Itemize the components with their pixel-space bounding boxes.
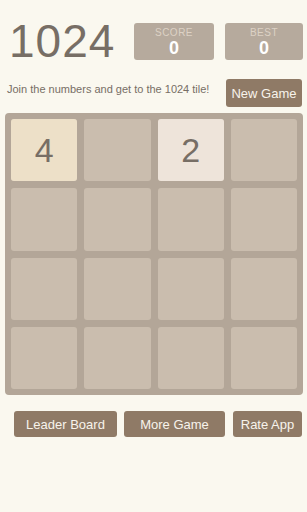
board-cell (158, 188, 224, 250)
score-label: SCORE (155, 27, 193, 39)
board-cell (231, 119, 297, 181)
more-game-button[interactable]: More Game (124, 411, 225, 437)
app-root: 1024 SCORE 0 BEST 0 Join the numbers and… (0, 0, 307, 512)
instruction-text: Join the numbers and get to the 1024 til… (7, 83, 209, 96)
board-cell (158, 258, 224, 320)
board-cell (11, 188, 77, 250)
leader-board-button[interactable]: Leader Board (14, 411, 117, 437)
rate-app-button[interactable]: Rate App (233, 411, 302, 437)
score-value: 0 (169, 39, 179, 58)
board-cell (158, 327, 224, 389)
board-cell (84, 327, 150, 389)
board-cell (11, 327, 77, 389)
new-game-button[interactable]: New Game (226, 79, 302, 107)
best-value: 0 (259, 39, 269, 58)
tile-4: 4 (11, 119, 77, 181)
best-box: BEST 0 (225, 23, 303, 60)
board-cell (11, 258, 77, 320)
board-cell (84, 119, 150, 181)
score-box: SCORE 0 (134, 23, 214, 60)
board-cell (84, 258, 150, 320)
board-cell: 4 (11, 119, 77, 181)
board-grid[interactable]: 42 (5, 113, 303, 395)
best-label: BEST (250, 27, 278, 39)
board-cell (84, 188, 150, 250)
board-cell: 2 (158, 119, 224, 181)
board-cell (231, 258, 297, 320)
board-cell (231, 327, 297, 389)
tile-2: 2 (158, 119, 224, 181)
game-title: 1024 (9, 20, 115, 62)
board-cell (231, 188, 297, 250)
